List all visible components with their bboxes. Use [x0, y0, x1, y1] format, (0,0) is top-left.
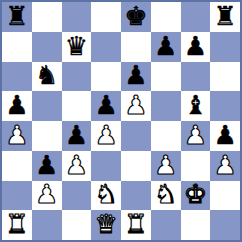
square-e6[interactable]: ♟ — [121, 62, 151, 92]
chess-board: ♜♚♜♛♟♟♞♟♟♟♟♝♟♟♟♟♟♟♟♟♟♟♞♞♚♜♛♜ — [0, 0, 242, 242]
white-pawn-icon: ♟ — [184, 122, 207, 148]
square-c1[interactable] — [62, 210, 92, 240]
square-h4[interactable]: ♟ — [210, 121, 240, 151]
chess-board-container: ♜♚♜♛♟♟♞♟♟♟♟♝♟♟♟♟♟♟♟♟♟♟♞♞♚♜♛♜ — [0, 0, 242, 242]
square-f6[interactable] — [151, 62, 181, 92]
black-pawn-icon: ♟ — [154, 33, 177, 59]
square-f3[interactable]: ♟ — [151, 151, 181, 181]
square-d7[interactable] — [91, 32, 121, 62]
square-e3[interactable] — [121, 151, 151, 181]
square-a6[interactable] — [2, 62, 32, 92]
square-h2[interactable] — [210, 181, 240, 211]
square-g7[interactable]: ♟ — [181, 32, 211, 62]
square-a5[interactable]: ♟ — [2, 91, 32, 121]
white-rook-icon: ♜ — [124, 211, 147, 237]
square-b1[interactable] — [32, 210, 62, 240]
square-f8[interactable] — [151, 2, 181, 32]
white-knight-icon: ♞ — [154, 181, 177, 207]
square-c4[interactable]: ♟ — [62, 121, 92, 151]
square-c5[interactable] — [62, 91, 92, 121]
square-f4[interactable] — [151, 121, 181, 151]
black-pawn-icon: ♟ — [184, 33, 207, 59]
square-e8[interactable]: ♚ — [121, 2, 151, 32]
white-pawn-icon: ♟ — [154, 152, 177, 178]
square-d8[interactable] — [91, 2, 121, 32]
square-b4[interactable] — [32, 121, 62, 151]
white-rook-icon: ♜ — [5, 211, 28, 237]
square-h8[interactable]: ♜ — [210, 2, 240, 32]
square-a4[interactable]: ♟ — [2, 121, 32, 151]
white-pawn-icon: ♟ — [35, 181, 58, 207]
square-e5[interactable]: ♟ — [121, 91, 151, 121]
square-a7[interactable] — [2, 32, 32, 62]
black-bishop-icon: ♝ — [184, 92, 207, 118]
black-rook-icon: ♜ — [5, 3, 28, 29]
square-h3[interactable]: ♟ — [210, 151, 240, 181]
square-e1[interactable]: ♜ — [121, 210, 151, 240]
square-h5[interactable] — [210, 91, 240, 121]
square-h6[interactable] — [210, 62, 240, 92]
square-g6[interactable] — [181, 62, 211, 92]
black-pawn-icon: ♟ — [65, 122, 88, 148]
white-pawn-icon: ♟ — [124, 92, 147, 118]
square-c8[interactable] — [62, 2, 92, 32]
square-d2[interactable]: ♞ — [91, 181, 121, 211]
square-d3[interactable] — [91, 151, 121, 181]
black-pawn-icon: ♟ — [213, 122, 236, 148]
square-h7[interactable] — [210, 32, 240, 62]
square-c7[interactable]: ♛ — [62, 32, 92, 62]
black-pawn-icon: ♟ — [124, 62, 147, 88]
square-b7[interactable] — [32, 32, 62, 62]
black-pawn-icon: ♟ — [94, 92, 117, 118]
square-f5[interactable] — [151, 91, 181, 121]
white-pawn-icon: ♟ — [213, 152, 236, 178]
square-h1[interactable] — [210, 210, 240, 240]
white-knight-icon: ♞ — [94, 181, 117, 207]
square-d4[interactable]: ♟ — [91, 121, 121, 151]
square-f1[interactable] — [151, 210, 181, 240]
square-a8[interactable]: ♜ — [2, 2, 32, 32]
square-f7[interactable]: ♟ — [151, 32, 181, 62]
square-g5[interactable]: ♝ — [181, 91, 211, 121]
square-g4[interactable]: ♟ — [181, 121, 211, 151]
black-rook-icon: ♜ — [213, 3, 236, 29]
square-d6[interactable] — [91, 62, 121, 92]
square-a1[interactable]: ♜ — [2, 210, 32, 240]
square-g1[interactable] — [181, 210, 211, 240]
square-b8[interactable] — [32, 2, 62, 32]
white-king-icon: ♚ — [184, 181, 207, 207]
white-pawn-icon: ♟ — [65, 152, 88, 178]
black-queen-icon: ♛ — [65, 33, 88, 59]
square-c2[interactable] — [62, 181, 92, 211]
square-f2[interactable]: ♞ — [151, 181, 181, 211]
square-c3[interactable]: ♟ — [62, 151, 92, 181]
square-b5[interactable] — [32, 91, 62, 121]
square-a2[interactable] — [2, 181, 32, 211]
black-knight-icon: ♞ — [35, 62, 58, 88]
square-d1[interactable]: ♛ — [91, 210, 121, 240]
square-g8[interactable] — [181, 2, 211, 32]
white-queen-icon: ♛ — [94, 211, 117, 237]
square-b3[interactable]: ♟ — [32, 151, 62, 181]
black-pawn-icon: ♟ — [35, 152, 58, 178]
square-b2[interactable]: ♟ — [32, 181, 62, 211]
white-pawn-icon: ♟ — [94, 122, 117, 148]
black-pawn-icon: ♟ — [5, 92, 28, 118]
square-g2[interactable]: ♚ — [181, 181, 211, 211]
square-e7[interactable] — [121, 32, 151, 62]
black-king-icon: ♚ — [124, 3, 147, 29]
square-g3[interactable] — [181, 151, 211, 181]
square-c6[interactable] — [62, 62, 92, 92]
white-pawn-icon: ♟ — [5, 122, 28, 148]
square-d5[interactable]: ♟ — [91, 91, 121, 121]
square-b6[interactable]: ♞ — [32, 62, 62, 92]
square-a3[interactable] — [2, 151, 32, 181]
square-e2[interactable] — [121, 181, 151, 211]
square-e4[interactable] — [121, 121, 151, 151]
